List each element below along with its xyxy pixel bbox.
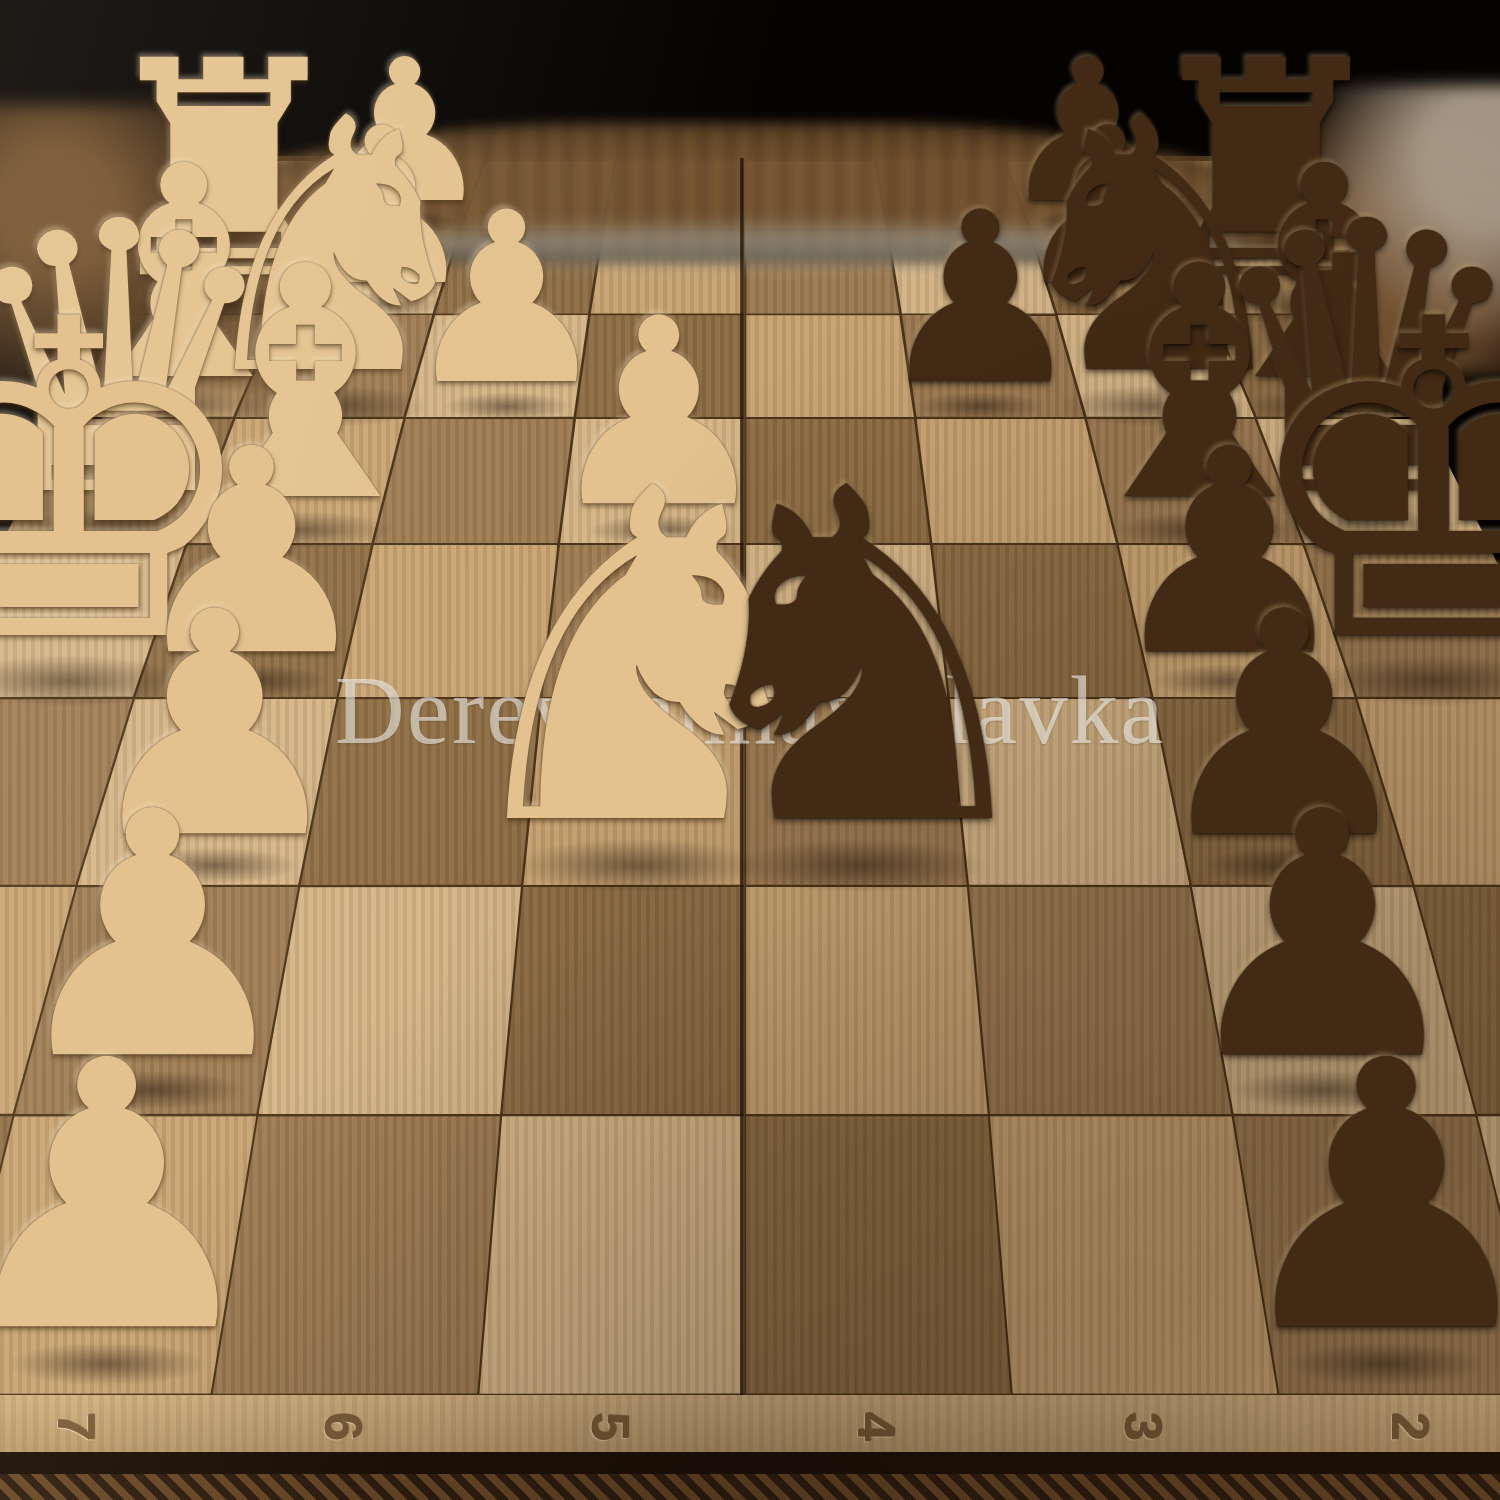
board-square [746, 1116, 1011, 1393]
rank-label: 7 [47, 1413, 107, 1442]
piece-black-knight: ♞ [655, 453, 1066, 866]
piece-black-pawn: ♟ [1220, 1031, 1500, 1364]
chess-photo-scene: 765432 ♟♟♜♟♟♜♝♞♟♟♞♝♛♝♟♝♛♚♟♟♚♟♞♞♟♟♟♟♟ Der… [0, 0, 1500, 1500]
rank-label: 2 [1380, 1413, 1440, 1442]
carved-front-edge [0, 1474, 1500, 1500]
rank-label: 5 [580, 1413, 640, 1442]
rank-label: 6 [313, 1413, 373, 1442]
zigzag-carving [0, 1474, 1500, 1500]
board-square [479, 1116, 744, 1393]
front-edge-shadow [0, 1452, 1500, 1476]
rank-label: 3 [1114, 1413, 1174, 1442]
piece-white-pawn: ♟ [0, 1031, 273, 1364]
rank-label: 4 [847, 1413, 907, 1442]
